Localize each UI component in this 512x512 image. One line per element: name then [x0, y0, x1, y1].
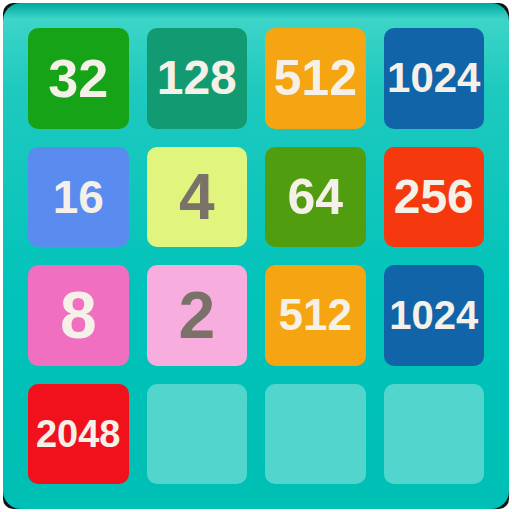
tile-512-r3c3: 512 — [265, 265, 366, 366]
tile-128-r1c2: 128 — [147, 28, 248, 129]
game-page: 321285121024164642568251210242048 — [0, 0, 512, 512]
tile-32-r1c1: 32 — [28, 28, 129, 129]
tile-8-r3c1: 8 — [28, 265, 129, 366]
tile-2048-r4c1: 2048 — [28, 384, 129, 485]
empty-cell-r4c4 — [384, 384, 485, 485]
tile-64-r2c3: 64 — [265, 147, 366, 248]
tile-16-r2c1: 16 — [28, 147, 129, 248]
empty-cell-r4c2 — [147, 384, 248, 485]
tile-1024-r3c4: 1024 — [384, 265, 485, 366]
tile-4-r2c2: 4 — [147, 147, 248, 248]
empty-cell-r4c3 — [265, 384, 366, 485]
tile-1024-r1c4: 1024 — [384, 28, 485, 129]
tile-2-r3c2: 2 — [147, 265, 248, 366]
tile-512-r1c3: 512 — [265, 28, 366, 129]
tile-256-r2c4: 256 — [384, 147, 485, 248]
tile-grid: 321285121024164642568251210242048 — [6, 6, 506, 506]
game-board-2048[interactable]: 321285121024164642568251210242048 — [3, 3, 509, 509]
